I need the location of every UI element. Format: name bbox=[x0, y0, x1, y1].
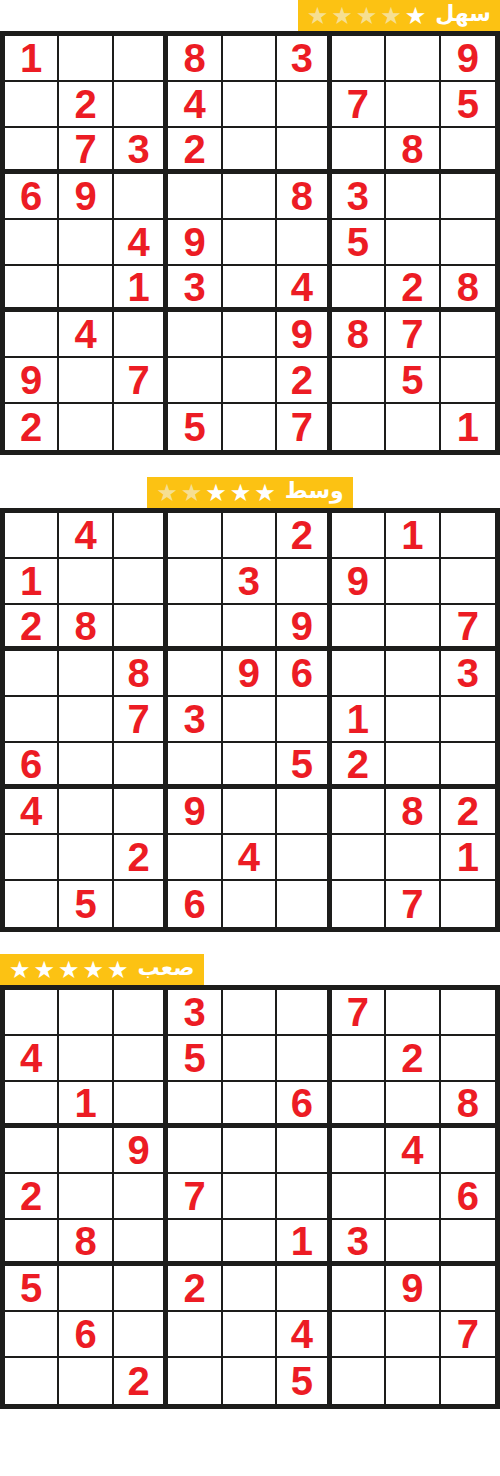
cell-r7c1-empty[interactable] bbox=[5, 312, 59, 358]
cell-r5c1-empty[interactable] bbox=[5, 697, 59, 743]
star-filled-icon: ★ bbox=[58, 958, 80, 982]
cell-r4c4-empty[interactable] bbox=[168, 174, 222, 220]
cell-r2c6-empty[interactable] bbox=[277, 1036, 331, 1082]
cell-r8c9-given-7[interactable]: 7 bbox=[441, 1312, 495, 1358]
cell-r6c6-given-5[interactable]: 5 bbox=[277, 743, 331, 789]
cell-r1c4-given-3[interactable]: 3 bbox=[168, 990, 222, 1036]
cell-r7c5-empty[interactable] bbox=[223, 789, 277, 835]
cell-r1c7-given-7[interactable]: 7 bbox=[332, 990, 386, 1036]
cell-r7c5-empty[interactable] bbox=[223, 1266, 277, 1312]
cell-r3c9-given-8[interactable]: 8 bbox=[441, 1082, 495, 1128]
cell-r6c1-empty[interactable] bbox=[5, 266, 59, 312]
banner-row-easy: ★★★★★ سهل bbox=[0, 0, 500, 31]
cell-r1c4-empty[interactable] bbox=[168, 513, 222, 559]
cell-r3c6-given-6[interactable]: 6 bbox=[277, 1082, 331, 1128]
cell-r5c7-given-1[interactable]: 1 bbox=[332, 697, 386, 743]
difficulty-banner-hard: ★★★★★ صعب bbox=[0, 954, 204, 985]
sudoku-page: ★★★★★ سهل 183924757328698349513428498797… bbox=[0, 0, 500, 1413]
cell-r8c1-given-9[interactable]: 9 bbox=[5, 358, 59, 404]
cell-r7c1-given-5[interactable]: 5 bbox=[5, 1266, 59, 1312]
cell-r5c6-empty[interactable] bbox=[277, 697, 331, 743]
cell-r1c5-empty[interactable] bbox=[223, 990, 277, 1036]
cell-r9c8-given-7[interactable]: 7 bbox=[386, 881, 440, 927]
cell-r9c4-given-6[interactable]: 6 bbox=[168, 881, 222, 927]
cell-r1c7-empty[interactable] bbox=[332, 36, 386, 82]
cell-r7c1-given-4[interactable]: 4 bbox=[5, 789, 59, 835]
cell-r2c2-empty[interactable] bbox=[59, 1036, 113, 1082]
cell-r4c9-empty[interactable] bbox=[441, 1128, 495, 1174]
cell-r4c1-empty[interactable] bbox=[5, 1128, 59, 1174]
cell-r2c2-given-2[interactable]: 2 bbox=[59, 82, 113, 128]
cell-r6c9-given-8[interactable]: 8 bbox=[441, 266, 495, 312]
cell-r5c7-given-5[interactable]: 5 bbox=[332, 220, 386, 266]
cell-r9c5-empty[interactable] bbox=[223, 1358, 277, 1404]
cell-r5c4-given-7[interactable]: 7 bbox=[168, 1174, 222, 1220]
cell-r5c2-empty[interactable] bbox=[59, 1174, 113, 1220]
cell-r4c1-empty[interactable] bbox=[5, 651, 59, 697]
cell-r7c6-empty[interactable] bbox=[277, 1266, 331, 1312]
cell-r1c6-given-2[interactable]: 2 bbox=[277, 513, 331, 559]
cell-r8c2-given-6[interactable]: 6 bbox=[59, 1312, 113, 1358]
star-dim-icon: ★ bbox=[331, 4, 353, 28]
cell-r1c6-given-3[interactable]: 3 bbox=[277, 36, 331, 82]
cell-r2c1-given-4[interactable]: 4 bbox=[5, 1036, 59, 1082]
cell-r5c3-given-7[interactable]: 7 bbox=[114, 697, 168, 743]
cell-r8c4-empty[interactable] bbox=[168, 358, 222, 404]
cell-r7c9-given-2[interactable]: 2 bbox=[441, 789, 495, 835]
cell-r8c7-empty[interactable] bbox=[332, 358, 386, 404]
cell-r8c3-given-7[interactable]: 7 bbox=[114, 358, 168, 404]
cell-r8c4-empty[interactable] bbox=[168, 1312, 222, 1358]
cell-r1c9-empty[interactable] bbox=[441, 990, 495, 1036]
star-filled-icon: ★ bbox=[34, 958, 56, 982]
cell-r8c7-empty[interactable] bbox=[332, 835, 386, 881]
cell-r8c5-empty[interactable] bbox=[223, 358, 277, 404]
cell-r6c4-empty[interactable] bbox=[168, 1220, 222, 1266]
cell-r8c1-empty[interactable] bbox=[5, 835, 59, 881]
cell-r4c1-given-6[interactable]: 6 bbox=[5, 174, 59, 220]
star-filled-icon: ★ bbox=[405, 4, 427, 28]
cell-r4c5-given-9[interactable]: 9 bbox=[223, 651, 277, 697]
cell-r7c3-empty[interactable] bbox=[114, 1266, 168, 1312]
cell-r7c5-empty[interactable] bbox=[223, 312, 277, 358]
cell-r5c7-empty[interactable] bbox=[332, 1174, 386, 1220]
cell-r8c3-given-2[interactable]: 2 bbox=[114, 835, 168, 881]
cell-r5c5-empty[interactable] bbox=[223, 1174, 277, 1220]
cell-r9c2-empty[interactable] bbox=[59, 1358, 113, 1404]
cell-r1c2-empty[interactable] bbox=[59, 990, 113, 1036]
cell-r2c7-given-9[interactable]: 9 bbox=[332, 559, 386, 605]
cell-r3c9-empty[interactable] bbox=[441, 128, 495, 174]
cell-r4c8-given-4[interactable]: 4 bbox=[386, 1128, 440, 1174]
cell-r3c7-empty[interactable] bbox=[332, 605, 386, 651]
cell-r7c9-empty[interactable] bbox=[441, 1266, 495, 1312]
cell-r2c6-empty[interactable] bbox=[277, 559, 331, 605]
cell-r6c8-empty[interactable] bbox=[386, 743, 440, 789]
cell-r4c5-empty[interactable] bbox=[223, 1128, 277, 1174]
cell-r8c5-empty[interactable] bbox=[223, 1312, 277, 1358]
cell-r1c5-empty[interactable] bbox=[223, 513, 277, 559]
cell-r5c3-given-4[interactable]: 4 bbox=[114, 220, 168, 266]
cell-r8c7-empty[interactable] bbox=[332, 1312, 386, 1358]
cell-r4c4-empty[interactable] bbox=[168, 651, 222, 697]
cell-r2c5-empty[interactable] bbox=[223, 1036, 277, 1082]
cell-r1c9-given-9[interactable]: 9 bbox=[441, 36, 495, 82]
cell-r1c3-empty[interactable] bbox=[114, 513, 168, 559]
cell-r7c6-empty[interactable] bbox=[277, 789, 331, 835]
cell-r7c6-given-9[interactable]: 9 bbox=[277, 312, 331, 358]
cell-r2c8-given-2[interactable]: 2 bbox=[386, 1036, 440, 1082]
cell-r8c2-empty[interactable] bbox=[59, 358, 113, 404]
star-dim-icon: ★ bbox=[307, 4, 329, 28]
star-filled-icon: ★ bbox=[83, 958, 105, 982]
cell-r3c4-empty[interactable] bbox=[168, 605, 222, 651]
cell-r5c9-empty[interactable] bbox=[441, 697, 495, 743]
cell-r5c5-empty[interactable] bbox=[223, 220, 277, 266]
star-filled-icon: ★ bbox=[107, 958, 129, 982]
cell-r5c8-empty[interactable] bbox=[386, 1174, 440, 1220]
cell-r2c9-empty[interactable] bbox=[441, 559, 495, 605]
cell-r9c3-empty[interactable] bbox=[114, 881, 168, 927]
cell-r2c4-given-5[interactable]: 5 bbox=[168, 1036, 222, 1082]
cell-r7c2-empty[interactable] bbox=[59, 789, 113, 835]
cell-r2c9-empty[interactable] bbox=[441, 1036, 495, 1082]
cell-r8c6-given-4[interactable]: 4 bbox=[277, 1312, 331, 1358]
cell-r3c5-empty[interactable] bbox=[223, 1082, 277, 1128]
cell-r1c7-empty[interactable] bbox=[332, 513, 386, 559]
cell-r2c7-empty[interactable] bbox=[332, 1036, 386, 1082]
cell-r5c8-empty[interactable] bbox=[386, 697, 440, 743]
cell-r9c2-empty[interactable] bbox=[59, 404, 113, 450]
star-dim-icon: ★ bbox=[156, 481, 178, 505]
cell-r8c2-empty[interactable] bbox=[59, 835, 113, 881]
cell-r3c6-empty[interactable] bbox=[277, 128, 331, 174]
puzzle-section-easy: ★★★★★ سهل 183924757328698349513428498797… bbox=[0, 0, 500, 455]
cell-r6c6-given-4[interactable]: 4 bbox=[277, 266, 331, 312]
cell-r3c4-empty[interactable] bbox=[168, 1082, 222, 1128]
cell-r7c8-given-7[interactable]: 7 bbox=[386, 312, 440, 358]
cell-r4c2-empty[interactable] bbox=[59, 651, 113, 697]
cell-r9c4-given-5[interactable]: 5 bbox=[168, 404, 222, 450]
cell-r3c9-given-7[interactable]: 7 bbox=[441, 605, 495, 651]
difficulty-label-easy: سهل bbox=[435, 3, 491, 28]
cell-r6c4-given-3[interactable]: 3 bbox=[168, 266, 222, 312]
cell-r5c5-empty[interactable] bbox=[223, 697, 277, 743]
star-dim-icon: ★ bbox=[181, 481, 203, 505]
cell-r4c6-given-8[interactable]: 8 bbox=[277, 174, 331, 220]
cell-r1c8-given-1[interactable]: 1 bbox=[386, 513, 440, 559]
difficulty-label-medium: وسط bbox=[285, 480, 344, 505]
cell-r6c3-empty[interactable] bbox=[114, 1220, 168, 1266]
cell-r9c8-empty[interactable] bbox=[386, 1358, 440, 1404]
cell-r1c9-empty[interactable] bbox=[441, 513, 495, 559]
cell-r4c8-empty[interactable] bbox=[386, 174, 440, 220]
cell-r3c3-empty[interactable] bbox=[114, 1082, 168, 1128]
cell-r6c1-empty[interactable] bbox=[5, 1220, 59, 1266]
cell-r7c4-given-2[interactable]: 2 bbox=[168, 1266, 222, 1312]
cell-r2c1-given-1[interactable]: 1 bbox=[5, 559, 59, 605]
cell-r4c6-given-6[interactable]: 6 bbox=[277, 651, 331, 697]
cell-r9c1-empty[interactable] bbox=[5, 881, 59, 927]
cell-r4c7-empty[interactable] bbox=[332, 651, 386, 697]
banner-row-medium: ★★★★★ وسط bbox=[0, 477, 500, 508]
cell-r3c1-empty[interactable] bbox=[5, 1082, 59, 1128]
cell-r3c2-given-7[interactable]: 7 bbox=[59, 128, 113, 174]
cell-r1c1-given-1[interactable]: 1 bbox=[5, 36, 59, 82]
cell-r8c9-empty[interactable] bbox=[441, 358, 495, 404]
cell-r9c1-empty[interactable] bbox=[5, 1358, 59, 1404]
cell-r5c1-given-2[interactable]: 2 bbox=[5, 1174, 59, 1220]
star-filled-icon: ★ bbox=[254, 481, 276, 505]
cell-r9c9-empty[interactable] bbox=[441, 881, 495, 927]
cell-r2c5-given-3[interactable]: 3 bbox=[223, 559, 277, 605]
cell-r2c3-empty[interactable] bbox=[114, 559, 168, 605]
star-filled-icon: ★ bbox=[230, 481, 252, 505]
cell-r6c7-given-2[interactable]: 2 bbox=[332, 743, 386, 789]
cell-r4c8-empty[interactable] bbox=[386, 651, 440, 697]
cell-r7c7-empty[interactable] bbox=[332, 789, 386, 835]
cell-r7c7-given-8[interactable]: 8 bbox=[332, 312, 386, 358]
cell-r9c9-given-1[interactable]: 1 bbox=[441, 404, 495, 450]
cell-r5c6-empty[interactable] bbox=[277, 1174, 331, 1220]
cell-r3c4-given-2[interactable]: 2 bbox=[168, 128, 222, 174]
cell-r3c8-empty[interactable] bbox=[386, 605, 440, 651]
cell-r3c2-given-1[interactable]: 1 bbox=[59, 1082, 113, 1128]
cell-r5c9-given-6[interactable]: 6 bbox=[441, 1174, 495, 1220]
cell-r1c8-empty[interactable] bbox=[386, 990, 440, 1036]
cell-r9c7-empty[interactable] bbox=[332, 881, 386, 927]
star-rating-easy: ★★★★★ bbox=[307, 4, 427, 28]
cell-r7c7-empty[interactable] bbox=[332, 1266, 386, 1312]
cell-r6c2-empty[interactable] bbox=[59, 743, 113, 789]
star-rating-hard: ★★★★★ bbox=[9, 958, 129, 982]
cell-r5c1-empty[interactable] bbox=[5, 220, 59, 266]
cell-r2c4-empty[interactable] bbox=[168, 559, 222, 605]
cell-r6c9-empty[interactable] bbox=[441, 743, 495, 789]
difficulty-banner-easy: ★★★★★ سهل bbox=[298, 0, 500, 31]
cell-r1c5-empty[interactable] bbox=[223, 36, 277, 82]
cell-r9c4-empty[interactable] bbox=[168, 1358, 222, 1404]
cell-r9c5-empty[interactable] bbox=[223, 404, 277, 450]
cell-r3c2-given-8[interactable]: 8 bbox=[59, 605, 113, 651]
cell-r5c9-empty[interactable] bbox=[441, 220, 495, 266]
cell-r7c2-given-4[interactable]: 4 bbox=[59, 312, 113, 358]
cell-r4c4-empty[interactable] bbox=[168, 1128, 222, 1174]
cell-r3c8-given-8[interactable]: 8 bbox=[386, 128, 440, 174]
cell-r6c6-given-1[interactable]: 1 bbox=[277, 1220, 331, 1266]
cell-r9c7-empty[interactable] bbox=[332, 1358, 386, 1404]
cell-r6c7-given-3[interactable]: 3 bbox=[332, 1220, 386, 1266]
cell-r6c5-empty[interactable] bbox=[223, 1220, 277, 1266]
cell-r6c3-empty[interactable] bbox=[114, 743, 168, 789]
cell-r9c3-empty[interactable] bbox=[114, 404, 168, 450]
cell-r8c5-given-4[interactable]: 4 bbox=[223, 835, 277, 881]
cell-r4c3-given-9[interactable]: 9 bbox=[114, 1128, 168, 1174]
cell-r7c4-given-9[interactable]: 9 bbox=[168, 789, 222, 835]
cell-r1c2-given-4[interactable]: 4 bbox=[59, 513, 113, 559]
puzzle-section-hard: ★★★★★ صعب 374521689427681352964725 bbox=[0, 954, 500, 1409]
cell-r4c2-given-9[interactable]: 9 bbox=[59, 174, 113, 220]
cell-r6c2-given-8[interactable]: 8 bbox=[59, 1220, 113, 1266]
cell-r3c7-empty[interactable] bbox=[332, 128, 386, 174]
cell-r2c3-empty[interactable] bbox=[114, 1036, 168, 1082]
cell-r1c4-given-8[interactable]: 8 bbox=[168, 36, 222, 82]
cell-r2c8-empty[interactable] bbox=[386, 82, 440, 128]
cell-r3c1-empty[interactable] bbox=[5, 128, 59, 174]
puzzle-section-medium: ★★★★★ وسط 421139289789637316524982241567 bbox=[0, 477, 500, 932]
cell-r2c5-empty[interactable] bbox=[223, 82, 277, 128]
cell-r8c8-given-5[interactable]: 5 bbox=[386, 358, 440, 404]
cell-r2c4-given-4[interactable]: 4 bbox=[168, 82, 222, 128]
cell-r3c1-given-2[interactable]: 2 bbox=[5, 605, 59, 651]
star-filled-icon: ★ bbox=[205, 481, 227, 505]
cell-r6c7-empty[interactable] bbox=[332, 266, 386, 312]
cell-r3c3-empty[interactable] bbox=[114, 605, 168, 651]
cell-r7c8-given-9[interactable]: 9 bbox=[386, 1266, 440, 1312]
cell-r1c1-empty[interactable] bbox=[5, 513, 59, 559]
cell-r5c2-empty[interactable] bbox=[59, 697, 113, 743]
cell-r2c9-given-5[interactable]: 5 bbox=[441, 82, 495, 128]
cell-r3c3-given-3[interactable]: 3 bbox=[114, 128, 168, 174]
cell-r7c3-empty[interactable] bbox=[114, 789, 168, 835]
cell-r9c6-given-7[interactable]: 7 bbox=[277, 404, 331, 450]
difficulty-label-hard: صعب bbox=[138, 957, 195, 982]
cell-r6c8-empty[interactable] bbox=[386, 1220, 440, 1266]
sudoku-grid-hard: 374521689427681352964725 bbox=[0, 985, 500, 1409]
cell-r9c6-empty[interactable] bbox=[277, 881, 331, 927]
cell-r2c7-given-7[interactable]: 7 bbox=[332, 82, 386, 128]
cell-r4c3-empty[interactable] bbox=[114, 174, 168, 220]
cell-r6c3-given-1[interactable]: 1 bbox=[114, 266, 168, 312]
cell-r4c9-given-3[interactable]: 3 bbox=[441, 651, 495, 697]
cell-r4c9-empty[interactable] bbox=[441, 174, 495, 220]
cell-r8c1-empty[interactable] bbox=[5, 1312, 59, 1358]
cell-r4c3-given-8[interactable]: 8 bbox=[114, 651, 168, 697]
cell-r9c3-given-2[interactable]: 2 bbox=[114, 1358, 168, 1404]
cell-r5c4-given-9[interactable]: 9 bbox=[168, 220, 222, 266]
cell-r3c7-empty[interactable] bbox=[332, 1082, 386, 1128]
cell-r4c2-empty[interactable] bbox=[59, 1128, 113, 1174]
cell-r8c6-empty[interactable] bbox=[277, 835, 331, 881]
cell-r7c2-empty[interactable] bbox=[59, 1266, 113, 1312]
cell-r9c2-given-5[interactable]: 5 bbox=[59, 881, 113, 927]
star-filled-icon: ★ bbox=[9, 958, 31, 982]
cell-r3c5-empty[interactable] bbox=[223, 128, 277, 174]
cell-r9c5-empty[interactable] bbox=[223, 881, 277, 927]
cell-r4c7-given-3[interactable]: 3 bbox=[332, 174, 386, 220]
cell-r3c5-empty[interactable] bbox=[223, 605, 277, 651]
cell-r1c8-empty[interactable] bbox=[386, 36, 440, 82]
cell-r5c2-empty[interactable] bbox=[59, 220, 113, 266]
cell-r1c3-empty[interactable] bbox=[114, 990, 168, 1036]
cell-r6c2-empty[interactable] bbox=[59, 266, 113, 312]
cell-r9c7-empty[interactable] bbox=[332, 404, 386, 450]
cell-r2c8-empty[interactable] bbox=[386, 559, 440, 605]
cell-r1c6-empty[interactable] bbox=[277, 990, 331, 1036]
cell-r5c3-empty[interactable] bbox=[114, 1174, 168, 1220]
banner-row-hard: ★★★★★ صعب bbox=[0, 954, 500, 985]
cell-r5c4-given-3[interactable]: 3 bbox=[168, 697, 222, 743]
cell-r8c9-given-1[interactable]: 1 bbox=[441, 835, 495, 881]
cell-r1c2-empty[interactable] bbox=[59, 36, 113, 82]
cell-r2c3-empty[interactable] bbox=[114, 82, 168, 128]
difficulty-banner-medium: ★★★★★ وسط bbox=[147, 477, 352, 508]
cell-r1c1-empty[interactable] bbox=[5, 990, 59, 1036]
star-rating-medium: ★★★★★ bbox=[156, 481, 276, 505]
cell-r2c2-empty[interactable] bbox=[59, 559, 113, 605]
cell-r7c9-empty[interactable] bbox=[441, 312, 495, 358]
cell-r6c9-empty[interactable] bbox=[441, 1220, 495, 1266]
cell-r9c8-empty[interactable] bbox=[386, 404, 440, 450]
cell-r5c8-empty[interactable] bbox=[386, 220, 440, 266]
cell-r9c6-given-5[interactable]: 5 bbox=[277, 1358, 331, 1404]
cell-r9c1-given-2[interactable]: 2 bbox=[5, 404, 59, 450]
star-dim-icon: ★ bbox=[380, 4, 402, 28]
cell-r4c6-empty[interactable] bbox=[277, 1128, 331, 1174]
cell-r6c8-given-2[interactable]: 2 bbox=[386, 266, 440, 312]
cell-r7c8-given-8[interactable]: 8 bbox=[386, 789, 440, 835]
cell-r4c7-empty[interactable] bbox=[332, 1128, 386, 1174]
star-dim-icon: ★ bbox=[356, 4, 378, 28]
cell-r3c6-given-9[interactable]: 9 bbox=[277, 605, 331, 651]
cell-r3c8-empty[interactable] bbox=[386, 1082, 440, 1128]
cell-r8c8-empty[interactable] bbox=[386, 1312, 440, 1358]
cell-r6c5-empty[interactable] bbox=[223, 266, 277, 312]
cell-r2c6-empty[interactable] bbox=[277, 82, 331, 128]
cell-r1c3-empty[interactable] bbox=[114, 36, 168, 82]
cell-r8c8-empty[interactable] bbox=[386, 835, 440, 881]
sudoku-grid-medium: 421139289789637316524982241567 bbox=[0, 508, 500, 932]
cell-r4c5-empty[interactable] bbox=[223, 174, 277, 220]
cell-r6c1-given-6[interactable]: 6 bbox=[5, 743, 59, 789]
cell-r6c5-empty[interactable] bbox=[223, 743, 277, 789]
cell-r7c4-empty[interactable] bbox=[168, 312, 222, 358]
cell-r8c3-empty[interactable] bbox=[114, 1312, 168, 1358]
sudoku-grid-easy: 183924757328698349513428498797252571 bbox=[0, 31, 500, 455]
cell-r8c6-given-2[interactable]: 2 bbox=[277, 358, 331, 404]
cell-r6c4-empty[interactable] bbox=[168, 743, 222, 789]
cell-r2c1-empty[interactable] bbox=[5, 82, 59, 128]
cell-r9c9-empty[interactable] bbox=[441, 1358, 495, 1404]
cell-r8c4-empty[interactable] bbox=[168, 835, 222, 881]
cell-r7c3-empty[interactable] bbox=[114, 312, 168, 358]
cell-r5c6-empty[interactable] bbox=[277, 220, 331, 266]
